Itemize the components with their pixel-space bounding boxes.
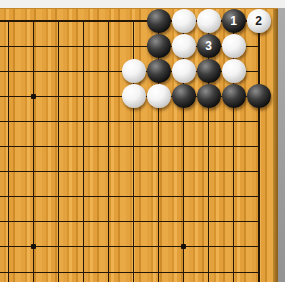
stone-white-O16[interactable] bbox=[122, 84, 146, 108]
stone-white-R19[interactable] bbox=[197, 9, 221, 33]
grid-hline bbox=[0, 171, 260, 172]
grid-hline bbox=[0, 246, 260, 247]
stone-black-T16[interactable] bbox=[247, 84, 271, 108]
stone-black-P19[interactable] bbox=[147, 9, 171, 33]
move-number-label: 2 bbox=[255, 15, 262, 27]
stone-black-Q16[interactable] bbox=[172, 84, 196, 108]
grid-vline bbox=[258, 20, 260, 282]
stone-white-S17[interactable] bbox=[222, 59, 246, 83]
grid-hline bbox=[0, 272, 260, 273]
grid-hline bbox=[0, 196, 260, 197]
star-point bbox=[181, 244, 186, 249]
stone-black-S19[interactable]: 1 bbox=[222, 9, 246, 33]
go-problem-screenshot: 123 bbox=[0, 0, 285, 282]
stone-white-O17[interactable] bbox=[122, 59, 146, 83]
stone-black-S16[interactable] bbox=[222, 84, 246, 108]
grid-hline bbox=[0, 221, 260, 222]
grid-hline bbox=[0, 146, 260, 147]
stone-white-T19[interactable]: 2 bbox=[247, 9, 271, 33]
stone-black-R17[interactable] bbox=[197, 59, 221, 83]
stone-white-S18[interactable] bbox=[222, 34, 246, 58]
star-point bbox=[31, 94, 36, 99]
star-point bbox=[31, 244, 36, 249]
stone-white-Q17[interactable] bbox=[172, 59, 196, 83]
move-number-label: 3 bbox=[205, 40, 212, 52]
grid-vline bbox=[33, 20, 34, 282]
grid-vline bbox=[8, 20, 9, 282]
stone-white-Q19[interactable] bbox=[172, 9, 196, 33]
board-side-shadow bbox=[278, 8, 285, 282]
stone-black-R18[interactable]: 3 bbox=[197, 34, 221, 58]
grid-vline bbox=[108, 20, 109, 282]
move-number-label: 1 bbox=[230, 15, 237, 27]
stone-white-P16[interactable] bbox=[147, 84, 171, 108]
stone-black-P17[interactable] bbox=[147, 59, 171, 83]
stone-black-R16[interactable] bbox=[197, 84, 221, 108]
grid-vline bbox=[58, 20, 59, 282]
stone-white-Q18[interactable] bbox=[172, 34, 196, 58]
grid-hline bbox=[0, 121, 260, 122]
grid-vline bbox=[83, 20, 84, 282]
stone-black-P18[interactable] bbox=[147, 34, 171, 58]
